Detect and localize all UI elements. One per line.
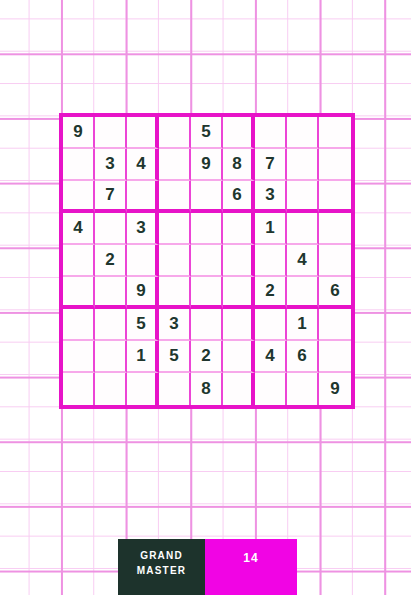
sudoku-cell-r7c6[interactable] <box>223 309 255 341</box>
sudoku-cell-r1c1[interactable]: 9 <box>63 117 95 149</box>
sudoku-cell-r1c5[interactable]: 5 <box>191 117 223 149</box>
sudoku-cell-r1c2[interactable] <box>95 117 127 149</box>
sudoku-cell-r7c7[interactable] <box>255 309 287 341</box>
sudoku-cell-r4c3[interactable]: 3 <box>127 213 159 245</box>
sudoku-cell-r8c7[interactable]: 4 <box>255 341 287 373</box>
sudoku-cell-r3c5[interactable] <box>191 181 223 213</box>
sudoku-cell-r3c4[interactable] <box>159 181 191 213</box>
sudoku-cell-r6c1[interactable] <box>63 277 95 309</box>
sudoku-cell-r6c3[interactable]: 9 <box>127 277 159 309</box>
sudoku-cell-r1c8[interactable] <box>287 117 319 149</box>
sudoku-cell-r6c5[interactable] <box>191 277 223 309</box>
sudoku-cell-r5c6[interactable] <box>223 245 255 277</box>
puzzle-number: 14 <box>243 551 258 595</box>
sudoku-cell-r2c1[interactable] <box>63 149 95 181</box>
sudoku-cell-r5c7[interactable] <box>255 245 287 277</box>
sudoku-cell-r6c4[interactable] <box>159 277 191 309</box>
sudoku-cell-r9c6[interactable] <box>223 373 255 405</box>
sudoku-cell-r1c7[interactable] <box>255 117 287 149</box>
puzzle-number-badge: 14 <box>205 539 297 595</box>
sudoku-cell-r6c9[interactable]: 6 <box>319 277 351 309</box>
sudoku-cell-r2c2[interactable]: 3 <box>95 149 127 181</box>
sudoku-cell-r6c2[interactable] <box>95 277 127 309</box>
sudoku-cell-r4c7[interactable]: 1 <box>255 213 287 245</box>
sudoku-cell-r5c8[interactable]: 4 <box>287 245 319 277</box>
sudoku-cell-r9c8[interactable] <box>287 373 319 405</box>
sudoku-cell-r4c8[interactable] <box>287 213 319 245</box>
graph-paper-page: 9534987763431249265311524689 GRAND MASTE… <box>0 0 411 595</box>
difficulty-line-2: MASTER <box>137 563 186 578</box>
sudoku-cell-r8c1[interactable] <box>63 341 95 373</box>
sudoku-cell-r3c9[interactable] <box>319 181 351 213</box>
sudoku-cell-r8c8[interactable]: 6 <box>287 341 319 373</box>
sudoku-cell-r2c4[interactable] <box>159 149 191 181</box>
sudoku-cell-r8c6[interactable] <box>223 341 255 373</box>
sudoku-cell-r5c5[interactable] <box>191 245 223 277</box>
sudoku-cell-r9c2[interactable] <box>95 373 127 405</box>
sudoku-cell-r4c5[interactable] <box>191 213 223 245</box>
sudoku-cell-r3c1[interactable] <box>63 181 95 213</box>
sudoku-cell-r7c4[interactable]: 3 <box>159 309 191 341</box>
sudoku-cell-r7c3[interactable]: 5 <box>127 309 159 341</box>
sudoku-cell-r1c4[interactable] <box>159 117 191 149</box>
sudoku-board: 9534987763431249265311524689 <box>59 113 355 409</box>
sudoku-cell-r8c5[interactable]: 2 <box>191 341 223 373</box>
sudoku-cell-r3c6[interactable]: 6 <box>223 181 255 213</box>
sudoku-cell-r1c9[interactable] <box>319 117 351 149</box>
sudoku-cell-r5c2[interactable]: 2 <box>95 245 127 277</box>
sudoku-cell-r9c4[interactable] <box>159 373 191 405</box>
sudoku-cell-r8c9[interactable] <box>319 341 351 373</box>
sudoku-cell-r4c6[interactable] <box>223 213 255 245</box>
sudoku-cell-r2c9[interactable] <box>319 149 351 181</box>
sudoku-cell-r8c2[interactable] <box>95 341 127 373</box>
sudoku-cell-r4c4[interactable] <box>159 213 191 245</box>
sudoku-cell-r5c4[interactable] <box>159 245 191 277</box>
sudoku-cell-r9c5[interactable]: 8 <box>191 373 223 405</box>
sudoku-cell-r1c3[interactable] <box>127 117 159 149</box>
sudoku-cell-r9c9[interactable]: 9 <box>319 373 351 405</box>
sudoku-cell-r3c7[interactable]: 3 <box>255 181 287 213</box>
sudoku-cell-r4c2[interactable] <box>95 213 127 245</box>
sudoku-cell-r6c6[interactable] <box>223 277 255 309</box>
sudoku-cell-r7c8[interactable]: 1 <box>287 309 319 341</box>
difficulty-badge: GRAND MASTER <box>118 539 205 595</box>
sudoku-cell-r4c1[interactable]: 4 <box>63 213 95 245</box>
sudoku-cell-r8c3[interactable]: 1 <box>127 341 159 373</box>
sudoku-cell-r4c9[interactable] <box>319 213 351 245</box>
sudoku-cell-r3c8[interactable] <box>287 181 319 213</box>
sudoku-cell-r7c9[interactable] <box>319 309 351 341</box>
sudoku-cell-r6c8[interactable] <box>287 277 319 309</box>
sudoku-cell-r9c1[interactable] <box>63 373 95 405</box>
sudoku-cell-r2c7[interactable]: 7 <box>255 149 287 181</box>
sudoku-cell-r3c3[interactable] <box>127 181 159 213</box>
sudoku-cell-r5c1[interactable] <box>63 245 95 277</box>
sudoku-cell-r2c6[interactable]: 8 <box>223 149 255 181</box>
sudoku-cell-r5c3[interactable] <box>127 245 159 277</box>
sudoku-cell-r8c4[interactable]: 5 <box>159 341 191 373</box>
sudoku-cell-r7c5[interactable] <box>191 309 223 341</box>
sudoku-cell-r9c3[interactable] <box>127 373 159 405</box>
sudoku-cell-r3c2[interactable]: 7 <box>95 181 127 213</box>
sudoku-cell-r9c7[interactable] <box>255 373 287 405</box>
sudoku-cell-r6c7[interactable]: 2 <box>255 277 287 309</box>
sudoku-cell-r2c5[interactable]: 9 <box>191 149 223 181</box>
sudoku-cell-r7c2[interactable] <box>95 309 127 341</box>
sudoku-cell-r7c1[interactable] <box>63 309 95 341</box>
sudoku-cell-r5c9[interactable] <box>319 245 351 277</box>
sudoku-cell-r2c3[interactable]: 4 <box>127 149 159 181</box>
sudoku-cell-r1c6[interactable] <box>223 117 255 149</box>
sudoku-cell-r2c8[interactable] <box>287 149 319 181</box>
difficulty-line-1: GRAND <box>140 548 183 563</box>
